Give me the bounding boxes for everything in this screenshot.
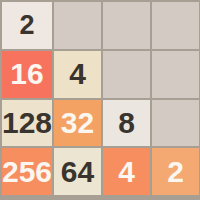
cell-r0c2-empty (103, 2, 150, 49)
tile-r0c0: 2 (2, 2, 52, 49)
cell-r0c1-empty (54, 2, 101, 49)
tile-r3c0: 256 (2, 148, 52, 195)
cell-r1c2-empty (103, 51, 150, 98)
tile-r1c1: 4 (54, 51, 101, 98)
cell-r1c3-empty (152, 51, 199, 98)
tile-r2c1: 32 (54, 100, 101, 147)
tile-r3c3: 2 (152, 148, 199, 195)
tile-r2c0: 128 (2, 100, 52, 147)
cell-r2c3-empty (152, 100, 199, 147)
tile-r3c1: 64 (54, 148, 101, 195)
2048-board[interactable]: 2 16 4 128 32 8 256 64 4 2 (0, 0, 200, 200)
tile-r1c0: 16 (2, 51, 52, 98)
cell-r0c3-empty (152, 2, 199, 49)
tile-r3c2: 4 (103, 148, 150, 195)
tile-r2c2: 8 (103, 100, 150, 147)
